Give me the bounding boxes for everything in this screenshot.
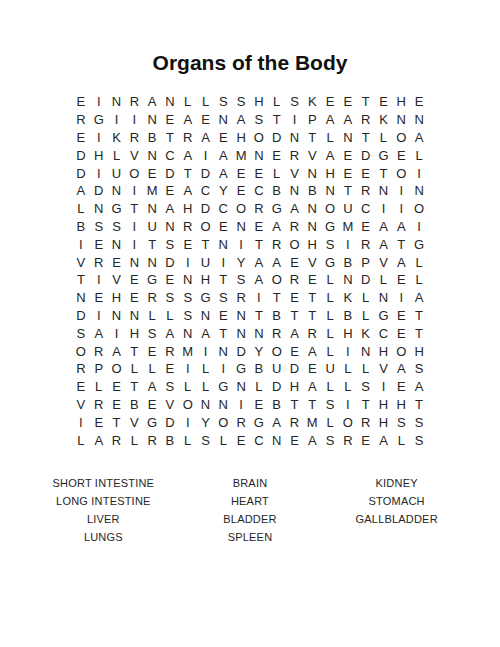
grid-cell[interactable]: L bbox=[321, 378, 339, 396]
grid-cell[interactable]: R bbox=[72, 360, 90, 378]
grid-cell[interactable]: R bbox=[179, 218, 197, 236]
grid-cell[interactable]: E bbox=[286, 342, 304, 360]
grid-cell[interactable]: A bbox=[321, 111, 339, 129]
grid-cell[interactable]: A bbox=[268, 218, 286, 236]
grid-cell[interactable]: B bbox=[143, 129, 161, 147]
grid-cell[interactable]: A bbox=[392, 360, 410, 378]
grid-cell[interactable]: D bbox=[72, 307, 90, 325]
grid-cell[interactable]: R bbox=[250, 200, 268, 218]
grid-cell[interactable]: I bbox=[90, 93, 108, 111]
grid-cell[interactable]: G bbox=[143, 271, 161, 289]
grid-cell[interactable]: T bbox=[268, 111, 286, 129]
grid-cell[interactable]: V bbox=[303, 253, 321, 271]
grid-cell[interactable]: D bbox=[268, 129, 286, 147]
grid-cell[interactable]: I bbox=[214, 360, 232, 378]
grid-cell[interactable]: G bbox=[232, 360, 250, 378]
grid-cell[interactable]: L bbox=[72, 431, 90, 449]
grid-cell[interactable]: D bbox=[357, 271, 375, 289]
grid-cell[interactable]: S bbox=[90, 218, 108, 236]
grid-cell[interactable]: L bbox=[392, 431, 410, 449]
grid-cell[interactable]: N bbox=[108, 182, 126, 200]
grid-cell[interactable]: T bbox=[339, 182, 357, 200]
grid-cell[interactable]: A bbox=[268, 253, 286, 271]
grid-cell[interactable]: N bbox=[179, 271, 197, 289]
grid-cell[interactable]: B bbox=[250, 360, 268, 378]
grid-cell[interactable]: N bbox=[250, 324, 268, 342]
grid-cell[interactable]: N bbox=[232, 218, 250, 236]
grid-cell[interactable]: T bbox=[161, 129, 179, 147]
grid-cell[interactable]: R bbox=[90, 396, 108, 414]
grid-cell[interactable]: E bbox=[303, 271, 321, 289]
grid-cell[interactable]: N bbox=[197, 396, 215, 414]
grid-cell[interactable]: L bbox=[250, 378, 268, 396]
grid-cell[interactable]: L bbox=[357, 289, 375, 307]
grid-cell[interactable]: T bbox=[410, 307, 428, 325]
grid-cell[interactable]: B bbox=[161, 431, 179, 449]
grid-cell[interactable]: E bbox=[250, 396, 268, 414]
grid-cell[interactable]: E bbox=[392, 271, 410, 289]
grid-cell[interactable]: H bbox=[90, 146, 108, 164]
grid-cell[interactable]: S bbox=[321, 431, 339, 449]
grid-cell[interactable]: E bbox=[392, 146, 410, 164]
grid-cell[interactable]: T bbox=[357, 93, 375, 111]
grid-cell[interactable]: A bbox=[197, 129, 215, 147]
grid-cell[interactable]: O bbox=[232, 200, 250, 218]
grid-cell[interactable]: L bbox=[143, 307, 161, 325]
grid-cell[interactable]: C bbox=[197, 182, 215, 200]
grid-cell[interactable]: T bbox=[179, 164, 197, 182]
grid-cell[interactable]: R bbox=[232, 289, 250, 307]
grid-cell[interactable]: T bbox=[357, 129, 375, 147]
grid-cell[interactable]: T bbox=[197, 235, 215, 253]
grid-cell[interactable]: I bbox=[179, 253, 197, 271]
grid-cell[interactable]: A bbox=[179, 146, 197, 164]
grid-cell[interactable]: U bbox=[268, 360, 286, 378]
grid-cell[interactable]: I bbox=[179, 360, 197, 378]
grid-cell[interactable]: H bbox=[375, 342, 393, 360]
grid-cell[interactable]: A bbox=[179, 111, 197, 129]
grid-cell[interactable]: E bbox=[161, 271, 179, 289]
grid-cell[interactable]: E bbox=[339, 146, 357, 164]
grid-cell[interactable]: N bbox=[197, 307, 215, 325]
grid-cell[interactable]: G bbox=[268, 200, 286, 218]
grid-cell[interactable]: A bbox=[232, 111, 250, 129]
grid-cell[interactable]: L bbox=[108, 146, 126, 164]
grid-cell[interactable]: O bbox=[410, 200, 428, 218]
grid-cell[interactable]: L bbox=[197, 378, 215, 396]
grid-cell[interactable]: R bbox=[339, 431, 357, 449]
grid-cell[interactable]: R bbox=[143, 289, 161, 307]
grid-cell[interactable]: B bbox=[72, 218, 90, 236]
grid-cell[interactable]: E bbox=[392, 324, 410, 342]
grid-cell[interactable]: E bbox=[232, 431, 250, 449]
grid-cell[interactable]: R bbox=[268, 235, 286, 253]
grid-cell[interactable]: S bbox=[232, 271, 250, 289]
grid-cell[interactable]: A bbox=[392, 253, 410, 271]
grid-cell[interactable]: S bbox=[357, 378, 375, 396]
grid-cell[interactable]: O bbox=[125, 164, 143, 182]
grid-cell[interactable]: G bbox=[375, 146, 393, 164]
grid-cell[interactable]: N bbox=[410, 111, 428, 129]
grid-cell[interactable]: A bbox=[197, 324, 215, 342]
grid-cell[interactable]: U bbox=[321, 360, 339, 378]
grid-cell[interactable]: A bbox=[392, 218, 410, 236]
grid-cell[interactable]: V bbox=[125, 146, 143, 164]
grid-cell[interactable]: A bbox=[303, 378, 321, 396]
grid-cell[interactable]: L bbox=[321, 129, 339, 147]
grid-cell[interactable]: A bbox=[410, 129, 428, 147]
grid-cell[interactable]: A bbox=[286, 200, 304, 218]
grid-cell[interactable]: R bbox=[90, 253, 108, 271]
grid-cell[interactable]: L bbox=[357, 307, 375, 325]
grid-cell[interactable]: H bbox=[125, 324, 143, 342]
grid-cell[interactable]: N bbox=[125, 307, 143, 325]
grid-cell[interactable]: G bbox=[375, 307, 393, 325]
grid-cell[interactable]: E bbox=[303, 360, 321, 378]
grid-cell[interactable]: E bbox=[357, 218, 375, 236]
grid-cell[interactable]: L bbox=[125, 431, 143, 449]
grid-cell[interactable]: O bbox=[392, 129, 410, 147]
grid-cell[interactable]: G bbox=[108, 200, 126, 218]
grid-cell[interactable]: U bbox=[108, 164, 126, 182]
grid-cell[interactable]: E bbox=[90, 413, 108, 431]
grid-cell[interactable]: I bbox=[232, 396, 250, 414]
grid-cell[interactable]: G bbox=[321, 253, 339, 271]
grid-cell[interactable]: T bbox=[250, 307, 268, 325]
grid-cell[interactable]: K bbox=[339, 289, 357, 307]
grid-cell[interactable]: O bbox=[392, 342, 410, 360]
grid-cell[interactable]: A bbox=[268, 413, 286, 431]
grid-cell[interactable]: N bbox=[143, 146, 161, 164]
grid-cell[interactable]: I bbox=[197, 342, 215, 360]
grid-cell[interactable]: V bbox=[303, 146, 321, 164]
grid-cell[interactable]: O bbox=[339, 413, 357, 431]
grid-cell[interactable]: N bbox=[268, 431, 286, 449]
grid-cell[interactable]: E bbox=[214, 218, 232, 236]
grid-cell[interactable]: H bbox=[197, 271, 215, 289]
grid-cell[interactable]: I bbox=[72, 235, 90, 253]
grid-cell[interactable]: A bbox=[90, 324, 108, 342]
grid-cell[interactable]: R bbox=[268, 324, 286, 342]
grid-cell[interactable]: H bbox=[321, 164, 339, 182]
grid-cell[interactable]: V bbox=[125, 413, 143, 431]
grid-cell[interactable]: D bbox=[161, 164, 179, 182]
grid-cell[interactable]: I bbox=[375, 378, 393, 396]
grid-cell[interactable]: E bbox=[286, 289, 304, 307]
grid-cell[interactable]: R bbox=[286, 271, 304, 289]
grid-cell[interactable]: A bbox=[72, 182, 90, 200]
grid-cell[interactable]: G bbox=[214, 378, 232, 396]
grid-cell[interactable]: H bbox=[303, 235, 321, 253]
grid-cell[interactable]: A bbox=[161, 324, 179, 342]
grid-cell[interactable]: O bbox=[197, 218, 215, 236]
grid-cell[interactable]: E bbox=[125, 289, 143, 307]
grid-cell[interactable]: D bbox=[90, 182, 108, 200]
grid-cell[interactable]: T bbox=[410, 324, 428, 342]
grid-cell[interactable]: A bbox=[214, 146, 232, 164]
grid-cell[interactable]: L bbox=[161, 307, 179, 325]
grid-cell[interactable]: E bbox=[161, 111, 179, 129]
grid-cell[interactable]: A bbox=[90, 431, 108, 449]
grid-cell[interactable]: U bbox=[143, 218, 161, 236]
grid-cell[interactable]: N bbox=[303, 200, 321, 218]
grid-cell[interactable]: C bbox=[357, 200, 375, 218]
grid-cell[interactable]: G bbox=[321, 218, 339, 236]
grid-cell[interactable]: E bbox=[90, 289, 108, 307]
grid-cell[interactable]: D bbox=[161, 413, 179, 431]
grid-cell[interactable]: E bbox=[108, 396, 126, 414]
grid-cell[interactable]: N bbox=[232, 324, 250, 342]
grid-cell[interactable]: H bbox=[108, 289, 126, 307]
grid-cell[interactable]: L bbox=[268, 93, 286, 111]
grid-cell[interactable]: O bbox=[108, 360, 126, 378]
grid-cell[interactable]: R bbox=[357, 182, 375, 200]
grid-cell[interactable]: D bbox=[286, 360, 304, 378]
grid-cell[interactable]: E bbox=[250, 164, 268, 182]
grid-cell[interactable]: O bbox=[268, 271, 286, 289]
grid-cell[interactable]: A bbox=[250, 253, 268, 271]
grid-cell[interactable]: L bbox=[339, 360, 357, 378]
grid-cell[interactable]: N bbox=[125, 253, 143, 271]
grid-cell[interactable]: L bbox=[72, 200, 90, 218]
grid-cell[interactable]: L bbox=[375, 129, 393, 147]
grid-cell[interactable]: K bbox=[357, 324, 375, 342]
grid-cell[interactable]: R bbox=[286, 218, 304, 236]
grid-cell[interactable]: O bbox=[214, 413, 232, 431]
grid-cell[interactable]: L bbox=[179, 93, 197, 111]
grid-cell[interactable]: L bbox=[143, 360, 161, 378]
grid-cell[interactable]: L bbox=[197, 93, 215, 111]
grid-cell[interactable]: T bbox=[268, 289, 286, 307]
grid-cell[interactable]: R bbox=[357, 413, 375, 431]
grid-cell[interactable]: R bbox=[179, 129, 197, 147]
grid-cell[interactable]: E bbox=[392, 378, 410, 396]
grid-cell[interactable]: S bbox=[108, 218, 126, 236]
grid-cell[interactable]: V bbox=[72, 396, 90, 414]
grid-cell[interactable]: H bbox=[375, 413, 393, 431]
grid-cell[interactable]: D bbox=[72, 164, 90, 182]
grid-cell[interactable]: E bbox=[232, 164, 250, 182]
grid-cell[interactable]: E bbox=[197, 111, 215, 129]
grid-cell[interactable]: L bbox=[410, 253, 428, 271]
grid-cell[interactable]: S bbox=[161, 289, 179, 307]
grid-cell[interactable]: E bbox=[357, 164, 375, 182]
grid-cell[interactable]: N bbox=[214, 111, 232, 129]
grid-cell[interactable]: T bbox=[357, 396, 375, 414]
grid-cell[interactable]: R bbox=[357, 235, 375, 253]
grid-cell[interactable]: A bbox=[250, 271, 268, 289]
grid-cell[interactable]: D bbox=[232, 342, 250, 360]
grid-cell[interactable]: L bbox=[321, 271, 339, 289]
grid-cell[interactable]: N bbox=[108, 93, 126, 111]
grid-cell[interactable]: U bbox=[197, 253, 215, 271]
grid-cell[interactable]: K bbox=[303, 93, 321, 111]
grid-cell[interactable]: R bbox=[357, 111, 375, 129]
grid-cell[interactable]: T bbox=[286, 307, 304, 325]
grid-cell[interactable]: N bbox=[250, 146, 268, 164]
grid-cell[interactable]: H bbox=[232, 129, 250, 147]
grid-cell[interactable]: N bbox=[303, 164, 321, 182]
grid-cell[interactable]: L bbox=[339, 378, 357, 396]
grid-cell[interactable]: I bbox=[108, 324, 126, 342]
grid-cell[interactable]: I bbox=[90, 129, 108, 147]
grid-cell[interactable]: I bbox=[339, 342, 357, 360]
grid-cell[interactable]: R bbox=[108, 431, 126, 449]
grid-cell[interactable]: E bbox=[214, 307, 232, 325]
grid-cell[interactable]: N bbox=[232, 307, 250, 325]
grid-cell[interactable]: T bbox=[303, 289, 321, 307]
grid-cell[interactable]: A bbox=[339, 111, 357, 129]
grid-cell[interactable]: U bbox=[339, 200, 357, 218]
grid-cell[interactable]: I bbox=[125, 235, 143, 253]
grid-cell[interactable]: S bbox=[161, 235, 179, 253]
grid-cell[interactable]: I bbox=[286, 111, 304, 129]
grid-cell[interactable]: A bbox=[375, 235, 393, 253]
grid-cell[interactable]: I bbox=[125, 218, 143, 236]
grid-cell[interactable]: A bbox=[303, 342, 321, 360]
grid-cell[interactable]: R bbox=[125, 93, 143, 111]
grid-cell[interactable]: B bbox=[303, 182, 321, 200]
grid-cell[interactable]: N bbox=[392, 111, 410, 129]
grid-cell[interactable]: D bbox=[197, 200, 215, 218]
grid-cell[interactable]: E bbox=[286, 253, 304, 271]
grid-cell[interactable]: E bbox=[72, 93, 90, 111]
grid-cell[interactable]: V bbox=[286, 164, 304, 182]
grid-cell[interactable]: N bbox=[214, 396, 232, 414]
grid-cell[interactable]: D bbox=[72, 146, 90, 164]
grid-cell[interactable]: I bbox=[410, 218, 428, 236]
grid-cell[interactable]: I bbox=[250, 289, 268, 307]
grid-cell[interactable]: R bbox=[161, 342, 179, 360]
grid-cell[interactable]: N bbox=[375, 289, 393, 307]
grid-cell[interactable]: E bbox=[161, 360, 179, 378]
grid-cell[interactable]: G bbox=[250, 413, 268, 431]
grid-cell[interactable]: N bbox=[179, 324, 197, 342]
grid-cell[interactable]: D bbox=[268, 378, 286, 396]
grid-cell[interactable]: S bbox=[197, 431, 215, 449]
grid-cell[interactable]: P bbox=[357, 253, 375, 271]
grid-cell[interactable]: L bbox=[321, 342, 339, 360]
grid-cell[interactable]: K bbox=[375, 111, 393, 129]
grid-cell[interactable]: S bbox=[72, 324, 90, 342]
grid-cell[interactable]: L bbox=[197, 360, 215, 378]
grid-cell[interactable]: S bbox=[410, 431, 428, 449]
grid-cell[interactable]: L bbox=[214, 431, 232, 449]
grid-cell[interactable]: A bbox=[214, 164, 232, 182]
grid-cell[interactable]: M bbox=[339, 218, 357, 236]
grid-cell[interactable]: L bbox=[90, 378, 108, 396]
grid-cell[interactable]: I bbox=[90, 164, 108, 182]
grid-cell[interactable]: I bbox=[214, 253, 232, 271]
grid-cell[interactable]: I bbox=[375, 200, 393, 218]
grid-cell[interactable]: M bbox=[303, 413, 321, 431]
grid-cell[interactable]: L bbox=[375, 271, 393, 289]
grid-cell[interactable]: L bbox=[410, 146, 428, 164]
grid-cell[interactable]: S bbox=[214, 289, 232, 307]
grid-cell[interactable]: L bbox=[357, 360, 375, 378]
grid-cell[interactable]: T bbox=[410, 396, 428, 414]
grid-cell[interactable]: B bbox=[268, 396, 286, 414]
grid-cell[interactable]: O bbox=[286, 235, 304, 253]
grid-cell[interactable]: C bbox=[375, 324, 393, 342]
grid-cell[interactable]: A bbox=[108, 342, 126, 360]
grid-cell[interactable]: O bbox=[72, 342, 90, 360]
grid-cell[interactable]: C bbox=[250, 431, 268, 449]
grid-cell[interactable]: T bbox=[392, 235, 410, 253]
grid-cell[interactable]: N bbox=[286, 129, 304, 147]
grid-cell[interactable]: N bbox=[143, 253, 161, 271]
grid-cell[interactable]: Y bbox=[232, 253, 250, 271]
grid-cell[interactable]: I bbox=[392, 289, 410, 307]
grid-cell[interactable]: E bbox=[339, 164, 357, 182]
grid-cell[interactable]: A bbox=[410, 378, 428, 396]
grid-cell[interactable]: I bbox=[90, 307, 108, 325]
grid-cell[interactable]: R bbox=[286, 146, 304, 164]
grid-cell[interactable]: O bbox=[321, 200, 339, 218]
grid-cell[interactable]: T bbox=[303, 307, 321, 325]
grid-cell[interactable]: G bbox=[143, 413, 161, 431]
grid-cell[interactable]: N bbox=[357, 342, 375, 360]
grid-cell[interactable]: H bbox=[179, 200, 197, 218]
grid-cell[interactable]: N bbox=[143, 200, 161, 218]
grid-cell[interactable]: Y bbox=[197, 413, 215, 431]
grid-cell[interactable]: E bbox=[232, 182, 250, 200]
grid-cell[interactable]: N bbox=[339, 271, 357, 289]
grid-cell[interactable]: P bbox=[90, 360, 108, 378]
grid-cell[interactable]: I bbox=[392, 182, 410, 200]
grid-cell[interactable]: N bbox=[72, 289, 90, 307]
grid-cell[interactable]: R bbox=[90, 342, 108, 360]
grid-cell[interactable]: S bbox=[392, 413, 410, 431]
grid-cell[interactable]: I bbox=[125, 182, 143, 200]
grid-cell[interactable]: E bbox=[72, 129, 90, 147]
grid-cell[interactable]: O bbox=[392, 164, 410, 182]
grid-cell[interactable]: C bbox=[214, 200, 232, 218]
grid-cell[interactable]: T bbox=[108, 413, 126, 431]
grid-cell[interactable]: L bbox=[321, 307, 339, 325]
grid-cell[interactable]: T bbox=[286, 396, 304, 414]
grid-cell[interactable]: A bbox=[143, 93, 161, 111]
grid-cell[interactable]: E bbox=[143, 342, 161, 360]
grid-cell[interactable]: A bbox=[161, 200, 179, 218]
grid-cell[interactable]: S bbox=[179, 307, 197, 325]
grid-cell[interactable]: N bbox=[214, 342, 232, 360]
grid-cell[interactable]: E bbox=[286, 431, 304, 449]
grid-cell[interactable]: G bbox=[197, 289, 215, 307]
grid-cell[interactable]: D bbox=[357, 146, 375, 164]
grid-cell[interactable]: O bbox=[268, 342, 286, 360]
grid-cell[interactable]: N bbox=[90, 200, 108, 218]
grid-cell[interactable]: K bbox=[108, 129, 126, 147]
grid-cell[interactable]: I bbox=[72, 413, 90, 431]
grid-cell[interactable]: L bbox=[179, 378, 197, 396]
grid-cell[interactable]: R bbox=[232, 413, 250, 431]
grid-cell[interactable]: B bbox=[339, 253, 357, 271]
grid-cell[interactable]: H bbox=[410, 342, 428, 360]
grid-cell[interactable]: E bbox=[268, 146, 286, 164]
grid-cell[interactable]: T bbox=[72, 271, 90, 289]
grid-cell[interactable]: N bbox=[410, 182, 428, 200]
grid-cell[interactable]: H bbox=[375, 396, 393, 414]
grid-cell[interactable]: S bbox=[410, 360, 428, 378]
grid-cell[interactable]: T bbox=[250, 235, 268, 253]
grid-cell[interactable]: V bbox=[72, 253, 90, 271]
grid-cell[interactable]: A bbox=[143, 378, 161, 396]
grid-cell[interactable]: N bbox=[161, 218, 179, 236]
grid-cell[interactable]: N bbox=[286, 182, 304, 200]
grid-cell[interactable]: B bbox=[339, 307, 357, 325]
grid-cell[interactable]: C bbox=[161, 146, 179, 164]
